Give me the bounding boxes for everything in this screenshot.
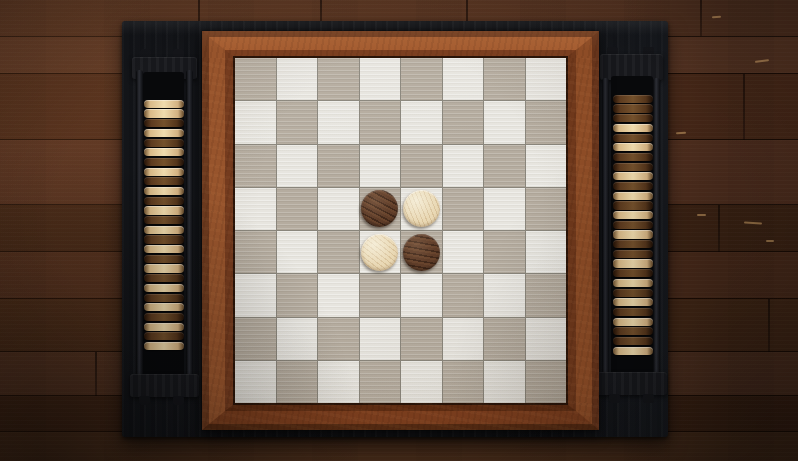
rack-disc-dark [144,216,184,224]
rack-disc-dark [613,201,653,209]
board-cell[interactable] [318,188,359,230]
rack-disc-light [613,347,653,355]
rack-disc-light [613,230,653,238]
rack-disc-dark [613,269,653,277]
board-cell[interactable] [318,101,359,143]
rack-rail [186,70,193,384]
board-cell[interactable] [484,274,525,316]
frame-band [209,37,592,424]
rack-left-disc-stack[interactable] [142,99,185,351]
board-cell[interactable] [401,361,442,403]
rack-disc-light [613,298,653,306]
board-cell[interactable] [484,101,525,143]
scene [0,0,798,461]
board-cell[interactable] [526,274,567,316]
rack-disc-dark [613,337,653,345]
board-cell[interactable] [443,318,484,360]
rack-disc-dark [144,332,184,340]
board-cell[interactable] [401,318,442,360]
rack-disc-dark [144,313,184,321]
board-cell[interactable] [318,231,359,273]
board-cell[interactable] [277,188,318,230]
rack-right-disc-stack[interactable] [611,94,654,356]
board-cell[interactable] [443,274,484,316]
wood-scratch [676,132,686,135]
board-cell[interactable] [318,318,359,360]
board-cell[interactable] [235,145,276,187]
rack-disc-light [613,318,653,326]
wood-scratch [744,222,762,225]
frame-lip [233,56,568,405]
rack-disc-light [613,211,653,219]
rack-disc-light [144,129,184,137]
board-cell[interactable] [277,58,318,100]
rack-disc-dark [613,163,653,171]
rack-bottom-bracket [597,372,667,395]
board-cell[interactable] [360,318,401,360]
board-cell[interactable] [277,274,318,316]
board-cell[interactable] [526,188,567,230]
board-cell[interactable] [318,274,359,316]
board-cell[interactable] [277,318,318,360]
rack-disc-dark [613,134,653,142]
rack-disc-dark [144,197,184,205]
wood-joint [743,74,745,140]
rack-disc-dark [144,177,184,185]
rack-disc-dark [613,240,653,248]
rack-foot [139,396,150,405]
wood-scratch [712,16,721,18]
board-cell[interactable] [443,58,484,100]
board-cell[interactable] [526,145,567,187]
board-cell[interactable] [443,188,484,230]
rack-disc-dark [613,153,653,161]
rack-disc-light [613,172,653,180]
board-cell[interactable] [401,101,442,143]
board-cell[interactable] [484,361,525,403]
board [235,58,566,403]
board-cell[interactable] [318,361,359,403]
rack-disc-light [144,148,184,156]
board-cell[interactable] [526,361,567,403]
board-cell[interactable] [318,145,359,187]
board-cell[interactable] [401,58,442,100]
rack-disc-dark [144,139,184,147]
rack-disc-light [144,168,184,176]
rack-disc-light [613,279,653,287]
rack-disc-dark [144,119,184,127]
board-cell[interactable] [526,231,567,273]
board-cell[interactable] [277,231,318,273]
rack-disc-light [613,124,653,132]
board-cell[interactable] [484,231,525,273]
rack-disc-light [144,342,184,350]
rack-disc-light [144,100,184,108]
rack-disc-dark [144,158,184,166]
rack-disc-dark [613,182,653,190]
board-cell[interactable] [484,318,525,360]
rack-disc-dark [144,294,184,302]
board-cell[interactable] [526,101,567,143]
board-cell[interactable] [277,145,318,187]
board-cell[interactable] [235,101,276,143]
rack-disc-dark [613,114,653,122]
rack-disc-light [613,143,653,151]
rack-disc-light [144,226,184,234]
board-cell[interactable] [484,58,525,100]
board-cell[interactable] [484,145,525,187]
rack-disc-light [144,109,184,117]
wood-joint [700,0,702,36]
board-cell[interactable] [235,231,276,273]
rack-disc-dark [144,255,184,263]
rack-disc-light [144,323,184,331]
board-cell[interactable] [360,361,401,403]
board-cell[interactable] [235,361,276,403]
rack-disc-dark [144,235,184,243]
rack-rail [602,78,609,382]
board-cell[interactable] [277,361,318,403]
board-cell[interactable] [443,231,484,273]
board-cell[interactable] [360,58,401,100]
rack-rail [653,78,660,382]
disc-d5[interactable] [361,234,398,271]
rack-disc-light [144,245,184,253]
wood-scratch [697,214,706,216]
rack-foot [173,396,184,405]
disc-e4[interactable] [403,190,440,227]
rack-disc-dark [613,289,653,297]
rack-disc-dark [613,221,653,229]
board-cell[interactable] [443,361,484,403]
wood-scratch [766,240,774,242]
board-cell[interactable] [318,58,359,100]
rack-foot [643,394,654,403]
rack-disc-light [144,284,184,292]
frame-inner-slope [225,50,576,411]
rack-bottom-bracket [130,374,199,397]
rack-disc-light [613,192,653,200]
rack-disc-light [613,259,653,267]
board-cell[interactable] [526,58,567,100]
board-cell[interactable] [235,274,276,316]
board-cell[interactable] [401,274,442,316]
rack-foot [609,394,620,403]
wood-joint [768,299,770,352]
board-cell[interactable] [443,145,484,187]
wood-joint [95,352,97,396]
board-cell[interactable] [235,58,276,100]
board-cell[interactable] [484,188,525,230]
board-frame [202,31,599,430]
board-cell[interactable] [235,188,276,230]
wood-joint [718,205,720,252]
wood-scratch [755,59,769,63]
rack-disc-dark [613,308,653,316]
rack-disc-light [144,303,184,311]
board-cell[interactable] [526,318,567,360]
rack-disc-dark [613,327,653,335]
rack-disc-dark [613,95,653,103]
board-cell[interactable] [235,318,276,360]
board-cell[interactable] [443,101,484,143]
disc-e5[interactable] [403,234,440,271]
rack-disc-dark [613,250,653,258]
board-cell[interactable] [360,101,401,143]
rack-disc-light [144,187,184,195]
board-cell[interactable] [360,274,401,316]
board-cell[interactable] [401,145,442,187]
rack-disc-light [144,264,184,272]
board-cell[interactable] [277,101,318,143]
rack-disc-dark [613,104,653,112]
rack-disc-light [144,206,184,214]
board-cell[interactable] [360,145,401,187]
rack-disc-dark [144,274,184,282]
